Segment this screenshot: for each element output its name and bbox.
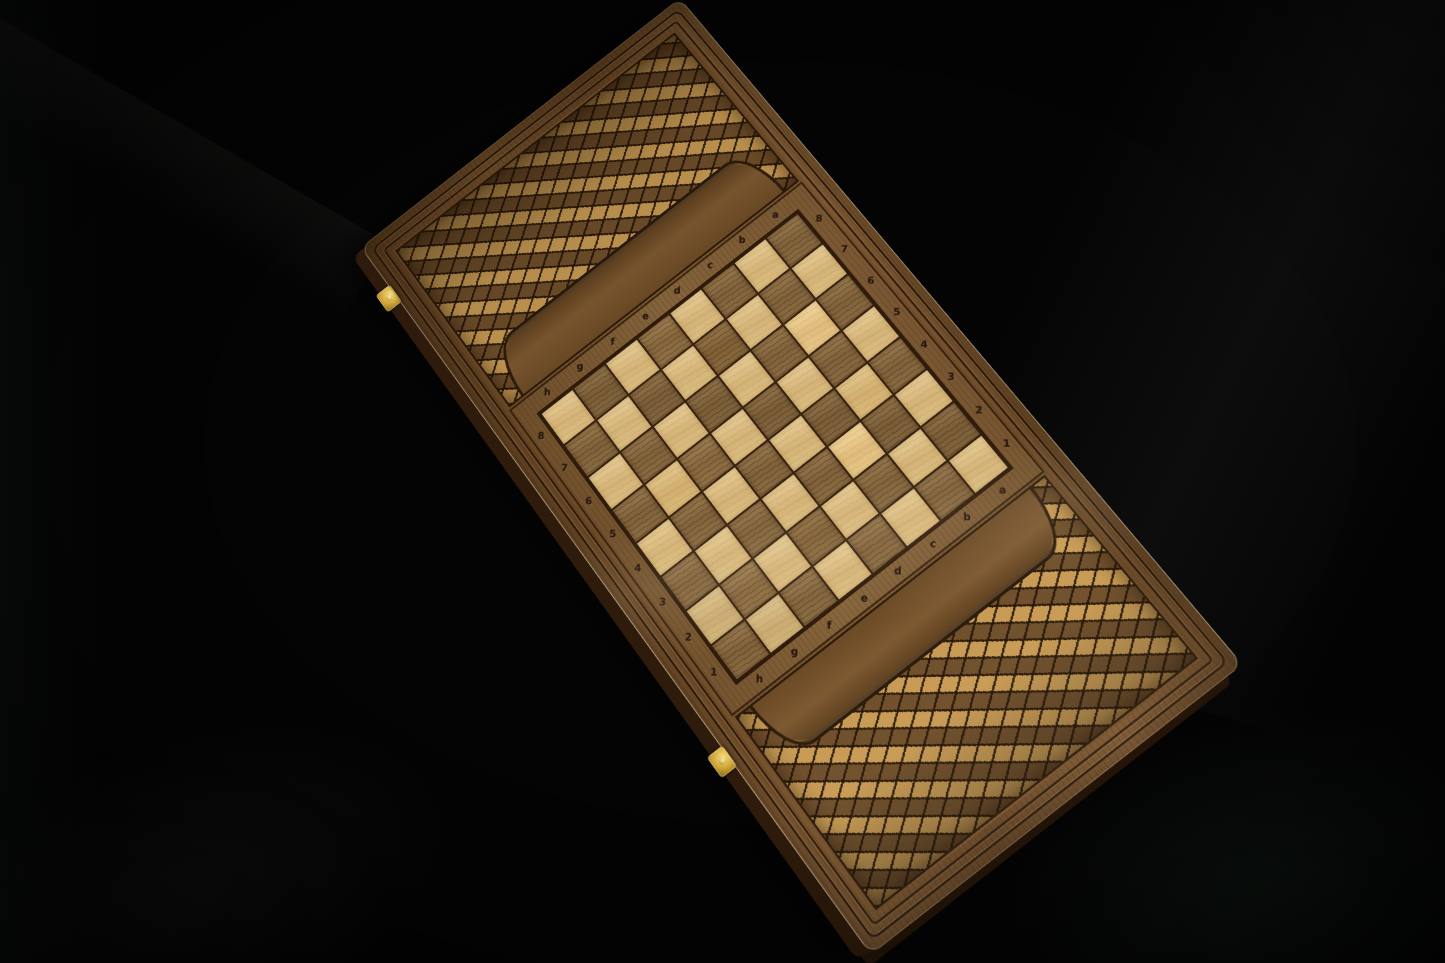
file-label: b (739, 236, 746, 246)
file-label: h (544, 388, 551, 398)
rank-label: 3 (659, 598, 666, 608)
file-label: f (611, 337, 615, 347)
file-label: e (860, 593, 867, 604)
rank-label: 1 (1003, 439, 1011, 449)
rank-label: 5 (894, 308, 901, 318)
brass-clasp-lower (707, 745, 737, 778)
rank-label: 1 (711, 668, 718, 679)
file-label: d (674, 286, 681, 296)
game-board-box: 87654321 abcdefgh abcdefgh 87654321 (361, 0, 1243, 955)
fabric-fold (0, 654, 503, 963)
file-label: g (577, 362, 584, 372)
rank-label: 2 (685, 632, 692, 642)
rank-label: 3 (948, 372, 955, 382)
file-label: g (791, 647, 798, 658)
rank-label: 5 (610, 530, 617, 540)
rank-label: 4 (634, 563, 641, 573)
file-label: d (895, 566, 903, 576)
fabric-fold (0, 12, 387, 337)
file-label: c (707, 261, 713, 271)
fabric-fold (0, 0, 140, 963)
file-label: b (964, 512, 972, 522)
file-label: c (930, 539, 936, 549)
rank-label: 6 (585, 496, 592, 506)
rank-label: 8 (538, 431, 545, 441)
rank-label: 2 (975, 405, 982, 415)
brass-clasp-upper (376, 285, 402, 313)
rank-label: 7 (841, 245, 848, 255)
rank-label: 7 (561, 464, 568, 474)
file-label: a (772, 210, 779, 220)
photo-backdrop: 87654321 abcdefgh abcdefgh 87654321 (0, 0, 1445, 963)
rank-label: 6 (867, 276, 874, 286)
rank-label: 4 (920, 340, 927, 350)
file-label: e (642, 312, 649, 322)
file-label: f (827, 620, 832, 631)
file-label: h (757, 674, 764, 685)
rank-label: 8 (816, 214, 823, 224)
file-label: a (999, 485, 1006, 495)
